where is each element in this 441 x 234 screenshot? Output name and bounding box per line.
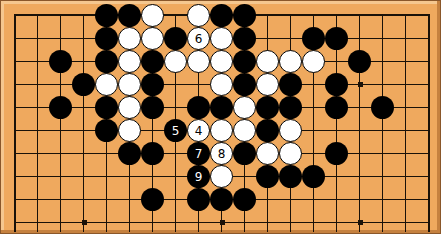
stone-black — [233, 73, 256, 96]
intersection — [118, 119, 141, 142]
go-board-diagram: 654789 — [0, 0, 441, 234]
intersection — [394, 165, 417, 188]
intersection — [164, 50, 187, 73]
intersection — [279, 96, 302, 119]
intersection — [95, 50, 118, 73]
intersection — [325, 4, 348, 27]
intersection — [26, 96, 49, 119]
intersection — [348, 165, 371, 188]
intersection — [95, 27, 118, 50]
intersection — [325, 27, 348, 50]
intersection — [417, 142, 440, 165]
intersection — [72, 211, 95, 234]
intersection — [417, 211, 440, 234]
intersection — [394, 96, 417, 119]
intersection — [49, 165, 72, 188]
intersection — [371, 50, 394, 73]
intersection — [279, 73, 302, 96]
stone-black — [49, 96, 72, 119]
stone-black — [325, 142, 348, 165]
intersection — [256, 96, 279, 119]
intersection — [325, 211, 348, 234]
intersection — [233, 73, 256, 96]
intersection — [164, 73, 187, 96]
intersection — [233, 96, 256, 119]
intersection — [72, 96, 95, 119]
intersection — [26, 50, 49, 73]
intersection: 9 — [187, 165, 210, 188]
intersection — [26, 73, 49, 96]
intersection — [256, 27, 279, 50]
stone-white — [187, 4, 210, 27]
intersection — [394, 73, 417, 96]
stone-black — [256, 96, 279, 119]
intersection — [164, 188, 187, 211]
intersection — [118, 50, 141, 73]
intersection — [49, 50, 72, 73]
intersection — [95, 165, 118, 188]
intersection: 4 — [187, 119, 210, 142]
intersection — [49, 188, 72, 211]
intersection — [95, 211, 118, 234]
intersection — [164, 27, 187, 50]
intersection — [394, 4, 417, 27]
intersection — [187, 188, 210, 211]
stone-black — [164, 27, 187, 50]
intersection — [26, 188, 49, 211]
intersection — [302, 73, 325, 96]
intersection — [394, 50, 417, 73]
stone-white — [118, 27, 141, 50]
intersection — [325, 50, 348, 73]
intersection — [141, 119, 164, 142]
stone-black — [279, 73, 302, 96]
intersection — [210, 27, 233, 50]
intersection — [325, 142, 348, 165]
intersection — [187, 96, 210, 119]
intersection — [141, 165, 164, 188]
intersection — [72, 119, 95, 142]
intersection — [348, 119, 371, 142]
intersection — [210, 165, 233, 188]
stone-black — [49, 50, 72, 73]
stone-white — [210, 50, 233, 73]
intersection — [394, 142, 417, 165]
stone-black — [210, 96, 233, 119]
stone-white — [118, 73, 141, 96]
intersection — [187, 50, 210, 73]
intersection — [26, 27, 49, 50]
stone-black — [233, 188, 256, 211]
stone-black — [302, 165, 325, 188]
intersection — [348, 188, 371, 211]
intersection — [256, 119, 279, 142]
intersection — [210, 188, 233, 211]
stone-white — [279, 119, 302, 142]
stone-black — [118, 142, 141, 165]
intersection — [49, 119, 72, 142]
intersection — [325, 96, 348, 119]
intersection — [141, 50, 164, 73]
intersection — [302, 188, 325, 211]
intersection — [118, 188, 141, 211]
intersection — [256, 50, 279, 73]
intersection — [302, 165, 325, 188]
intersection — [302, 96, 325, 119]
stone-white — [256, 50, 279, 73]
stone-black — [95, 27, 118, 50]
stone-black — [187, 96, 210, 119]
intersection — [118, 165, 141, 188]
intersection — [371, 211, 394, 234]
intersection — [49, 96, 72, 119]
intersection — [233, 119, 256, 142]
intersection — [256, 211, 279, 234]
intersection — [394, 188, 417, 211]
intersection — [95, 142, 118, 165]
intersection — [348, 142, 371, 165]
stone-white — [141, 4, 164, 27]
intersection — [233, 142, 256, 165]
intersection — [72, 50, 95, 73]
intersection — [302, 142, 325, 165]
intersection — [3, 119, 26, 142]
intersection — [417, 73, 440, 96]
intersection — [118, 96, 141, 119]
intersection — [371, 188, 394, 211]
stone-black-numbered: 9 — [187, 165, 210, 188]
intersection — [279, 211, 302, 234]
stone-black — [325, 96, 348, 119]
intersection — [233, 27, 256, 50]
stone-white-numbered: 6 — [187, 27, 210, 50]
intersection — [95, 96, 118, 119]
intersection — [417, 188, 440, 211]
intersection — [371, 165, 394, 188]
stone-black-numbered: 7 — [187, 142, 210, 165]
intersection — [3, 4, 26, 27]
intersection — [141, 142, 164, 165]
stone-black — [72, 73, 95, 96]
intersection — [256, 188, 279, 211]
intersection — [325, 119, 348, 142]
intersection — [348, 4, 371, 27]
stone-black — [187, 188, 210, 211]
stone-black — [95, 4, 118, 27]
intersection — [279, 50, 302, 73]
intersection — [118, 27, 141, 50]
intersection — [141, 4, 164, 27]
intersection — [3, 165, 26, 188]
intersection: 5 — [164, 119, 187, 142]
intersection — [210, 4, 233, 27]
intersection — [3, 27, 26, 50]
intersection — [26, 142, 49, 165]
stone-black — [141, 188, 164, 211]
intersection — [210, 50, 233, 73]
stone-black — [233, 50, 256, 73]
intersection — [348, 27, 371, 50]
intersection — [417, 27, 440, 50]
intersection — [141, 96, 164, 119]
stone-black — [95, 50, 118, 73]
stone-white-numbered: 4 — [187, 119, 210, 142]
intersection — [210, 119, 233, 142]
intersection — [348, 73, 371, 96]
stones-grid: 654789 — [3, 4, 440, 234]
intersection — [3, 50, 26, 73]
intersection — [371, 27, 394, 50]
stone-black — [141, 96, 164, 119]
intersection — [95, 119, 118, 142]
intersection — [233, 188, 256, 211]
intersection — [302, 50, 325, 73]
intersection — [49, 142, 72, 165]
intersection — [371, 73, 394, 96]
stone-black — [371, 96, 394, 119]
intersection — [371, 96, 394, 119]
intersection — [256, 4, 279, 27]
intersection — [95, 4, 118, 27]
intersection — [164, 165, 187, 188]
intersection — [279, 165, 302, 188]
intersection — [95, 73, 118, 96]
stone-white — [302, 50, 325, 73]
intersection: 7 — [187, 142, 210, 165]
intersection — [3, 211, 26, 234]
intersection — [164, 142, 187, 165]
stone-black — [256, 165, 279, 188]
intersection — [417, 50, 440, 73]
intersection — [26, 4, 49, 27]
intersection — [302, 27, 325, 50]
intersection — [210, 211, 233, 234]
stone-white — [210, 165, 233, 188]
stone-white — [210, 73, 233, 96]
intersection — [417, 96, 440, 119]
intersection — [325, 165, 348, 188]
intersection: 6 — [187, 27, 210, 50]
intersection — [187, 73, 210, 96]
intersection — [210, 96, 233, 119]
intersection — [141, 211, 164, 234]
intersection — [210, 73, 233, 96]
intersection — [187, 4, 210, 27]
stone-white — [187, 50, 210, 73]
intersection — [233, 4, 256, 27]
intersection — [417, 165, 440, 188]
intersection — [3, 96, 26, 119]
intersection — [72, 165, 95, 188]
intersection — [164, 211, 187, 234]
stone-white — [210, 27, 233, 50]
stone-black — [95, 119, 118, 142]
intersection — [187, 211, 210, 234]
stone-black — [233, 27, 256, 50]
intersection — [49, 211, 72, 234]
stone-black — [256, 119, 279, 142]
intersection — [394, 211, 417, 234]
intersection — [72, 4, 95, 27]
intersection — [26, 211, 49, 234]
intersection — [118, 142, 141, 165]
intersection — [279, 27, 302, 50]
stone-white — [256, 73, 279, 96]
stone-white — [210, 119, 233, 142]
intersection — [118, 4, 141, 27]
intersection — [118, 211, 141, 234]
intersection — [72, 188, 95, 211]
intersection — [302, 119, 325, 142]
intersection — [26, 119, 49, 142]
intersection — [394, 119, 417, 142]
intersection — [256, 73, 279, 96]
intersection — [141, 188, 164, 211]
intersection — [72, 27, 95, 50]
intersection — [302, 4, 325, 27]
stone-white — [164, 50, 187, 73]
intersection — [3, 73, 26, 96]
stone-black — [210, 4, 233, 27]
intersection — [141, 73, 164, 96]
stone-black — [325, 73, 348, 96]
intersection — [371, 119, 394, 142]
intersection — [348, 96, 371, 119]
intersection — [141, 27, 164, 50]
intersection — [26, 165, 49, 188]
intersection — [233, 50, 256, 73]
intersection — [3, 188, 26, 211]
intersection — [302, 211, 325, 234]
stone-black — [348, 50, 371, 73]
stone-black-numbered: 5 — [164, 119, 187, 142]
stone-black — [95, 96, 118, 119]
intersection — [3, 142, 26, 165]
stone-white — [118, 96, 141, 119]
intersection — [72, 73, 95, 96]
intersection — [164, 96, 187, 119]
stone-white — [118, 119, 141, 142]
intersection — [371, 142, 394, 165]
stone-white — [95, 73, 118, 96]
intersection — [279, 119, 302, 142]
stone-white — [279, 50, 302, 73]
intersection — [233, 211, 256, 234]
stone-white — [118, 50, 141, 73]
stone-white — [233, 96, 256, 119]
stone-black — [325, 27, 348, 50]
intersection — [417, 119, 440, 142]
stone-white — [141, 27, 164, 50]
intersection — [348, 50, 371, 73]
intersection — [72, 142, 95, 165]
intersection — [49, 4, 72, 27]
stone-white — [279, 142, 302, 165]
intersection — [348, 211, 371, 234]
stone-black — [233, 4, 256, 27]
intersection — [49, 27, 72, 50]
intersection — [164, 4, 187, 27]
stone-black — [118, 4, 141, 27]
stone-white — [256, 142, 279, 165]
stone-black — [141, 50, 164, 73]
intersection — [256, 142, 279, 165]
intersection — [256, 165, 279, 188]
intersection — [394, 27, 417, 50]
intersection — [371, 4, 394, 27]
stone-white — [233, 119, 256, 142]
intersection — [118, 73, 141, 96]
stone-black — [302, 27, 325, 50]
stone-black — [141, 73, 164, 96]
intersection: 8 — [210, 142, 233, 165]
stone-black — [279, 165, 302, 188]
stone-black — [210, 188, 233, 211]
stone-black — [233, 142, 256, 165]
intersection — [95, 188, 118, 211]
intersection — [279, 4, 302, 27]
intersection — [233, 165, 256, 188]
stone-white-numbered: 8 — [210, 142, 233, 165]
intersection — [417, 4, 440, 27]
stone-black — [141, 142, 164, 165]
intersection — [325, 73, 348, 96]
stone-black — [279, 96, 302, 119]
intersection — [279, 188, 302, 211]
intersection — [49, 73, 72, 96]
intersection — [279, 142, 302, 165]
intersection — [325, 188, 348, 211]
